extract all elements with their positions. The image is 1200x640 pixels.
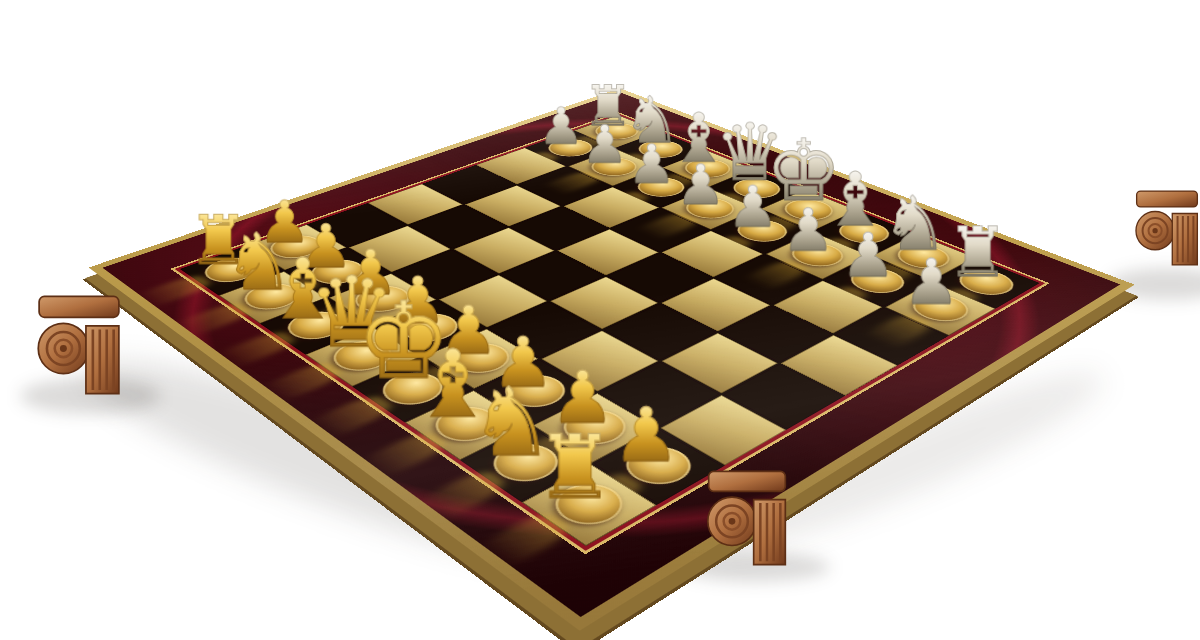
piece-reflection [461, 508, 579, 578]
board-foot-left [28, 293, 130, 397]
board-foot-right [1134, 168, 1200, 288]
piece-gold-rook: ♜ [527, 423, 623, 511]
square-f6 [715, 255, 821, 305]
board-foot-near [700, 468, 794, 568]
piece-silver-pawn: ♟ [892, 250, 970, 313]
piece-reflection [344, 427, 455, 487]
square-g6 [773, 280, 882, 333]
piece-reflection [120, 272, 217, 313]
board-frame: ♜♞♝♛♚♝♞♜♟♟♟♟♟♟♟♟♟♟♟♟♟♟♟♟♜♞♝♛♚♝♞♜ [89, 88, 1135, 630]
piece-reflection [244, 359, 349, 410]
product-photo-stage: ♜♞♝♛♚♝♞♜♟♟♟♟♟♟♟♟♟♟♟♟♟♟♟♟♜♞♝♛♚♝♞♜ [0, 0, 1200, 640]
piece-reflection [400, 466, 514, 531]
chess-board: ♜♞♝♛♚♝♞♜♟♟♟♟♟♟♟♟♟♟♟♟♟♟♟♟♜♞♝♛♚♝♞♜ [89, 88, 1135, 630]
piece-reflection [292, 392, 400, 447]
piece-reflection [159, 299, 259, 343]
